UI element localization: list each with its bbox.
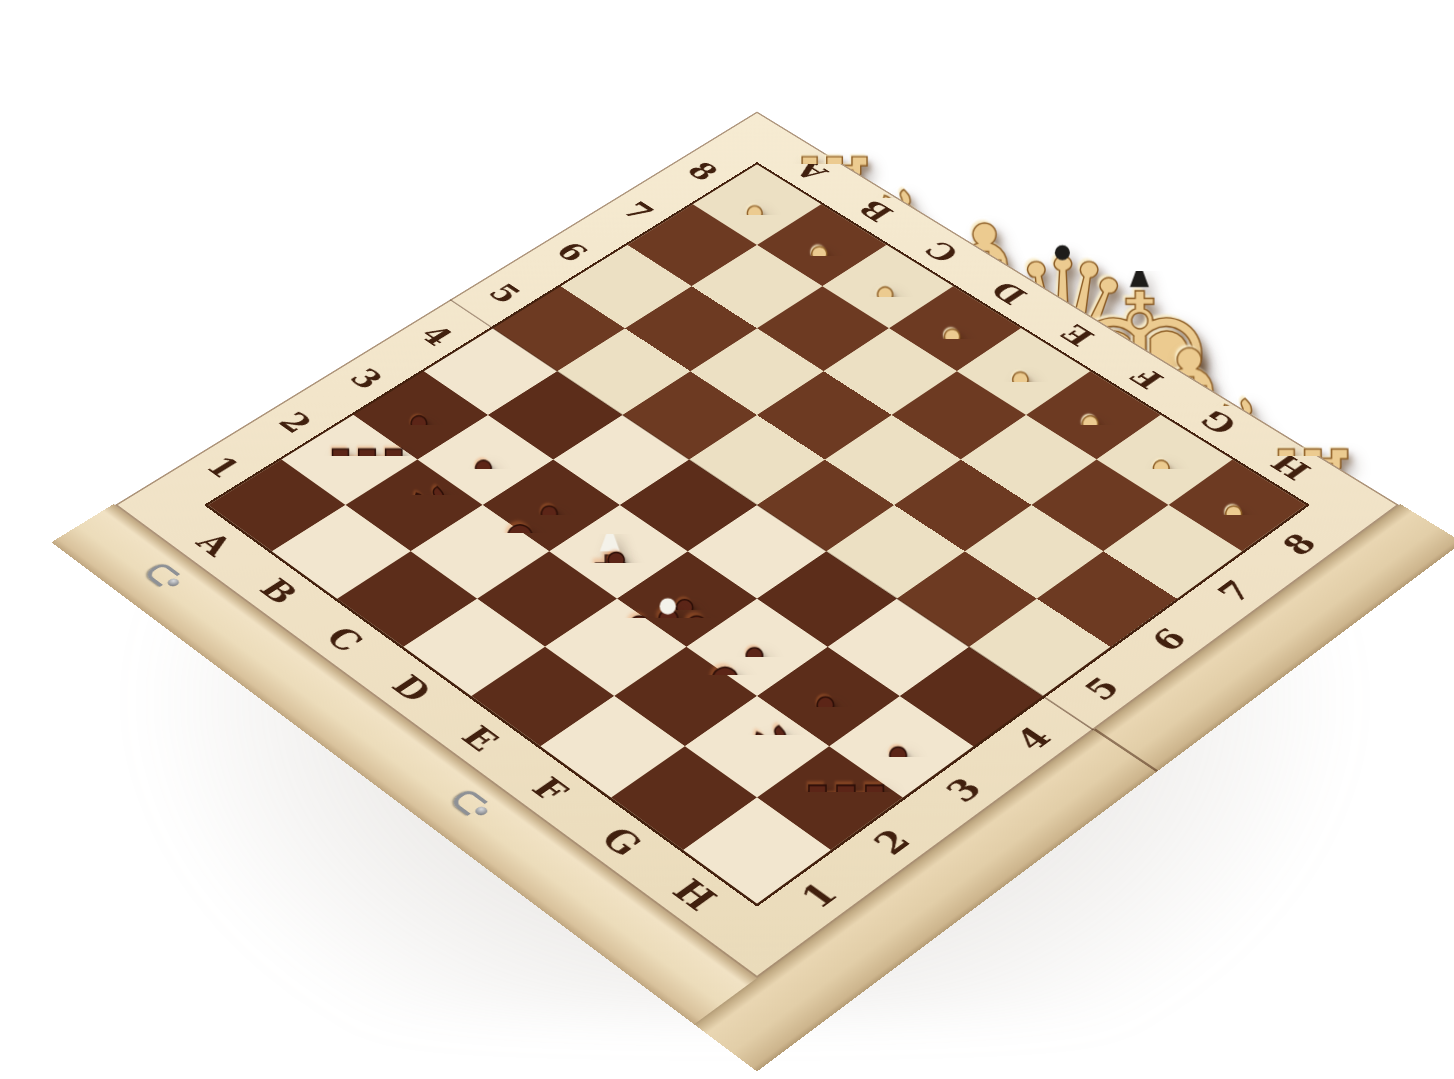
coord-label-rank-5-right: 5 — [1075, 670, 1128, 707]
coord-label-rank-5-left: 5 — [481, 278, 530, 309]
clasp-rivet — [165, 577, 181, 588]
clasp-latch-icon — [144, 561, 189, 592]
coord-label-file-d-top: D — [982, 276, 1034, 310]
coord-label-rank-4-right: 4 — [1007, 720, 1061, 757]
coord-label-file-h-top: H — [1262, 448, 1318, 486]
coord-label-rank-7-left: 7 — [615, 196, 663, 226]
coord-label-file-f-bottom: F — [523, 770, 577, 808]
coord-label-rank-2-right: 2 — [865, 822, 919, 861]
clasp-hook — [143, 562, 180, 587]
coord-label-rank-8-right: 8 — [1273, 527, 1325, 561]
coord-label-rank-3-right: 3 — [937, 770, 991, 808]
clasp-rivet — [473, 805, 490, 817]
product-photo-stage: AA88BB77CC66DD55EE44FF33GG22HH11 ♜♞♝♛♚♝♞… — [0, 0, 1454, 1079]
coord-label-file-h-bottom: H — [664, 872, 726, 917]
coord-label-rank-8-left: 8 — [680, 156, 727, 185]
coord-label-file-g-top: G — [1191, 404, 1244, 439]
coord-label-file-c-bottom: C — [317, 620, 372, 658]
coord-label-file-a-top: A — [786, 156, 835, 186]
coord-label-file-a-bottom: A — [188, 526, 242, 562]
coord-label-file-c-top: C — [916, 236, 966, 268]
coord-label-rank-7-right: 7 — [1209, 574, 1261, 609]
coord-label-file-e-top: E — [1052, 319, 1102, 352]
coord-label-rank-1-right: 1 — [792, 875, 847, 915]
clasp-latch-icon — [450, 787, 498, 821]
coord-label-file-e-bottom: E — [453, 719, 508, 758]
coord-label-rank-6-left: 6 — [549, 236, 597, 266]
coord-label-rank-3-left: 3 — [342, 362, 392, 394]
coord-label-file-f-top: F — [1122, 362, 1171, 394]
coord-label-file-g-bottom: G — [592, 821, 651, 863]
coord-label-file-b-top: B — [850, 195, 901, 227]
light-king-finial-cone — [1130, 261, 1149, 287]
clasp-hook — [449, 788, 488, 816]
coord-label-file-b-bottom: B — [251, 572, 307, 610]
fold-seam-notch — [1093, 729, 1158, 772]
coord-label-rank-4-left: 4 — [412, 320, 461, 351]
coord-label-rank-1-left: 1 — [198, 450, 249, 483]
coord-label-file-d-bottom: D — [383, 668, 441, 708]
coord-label-rank-6-right: 6 — [1143, 621, 1196, 657]
